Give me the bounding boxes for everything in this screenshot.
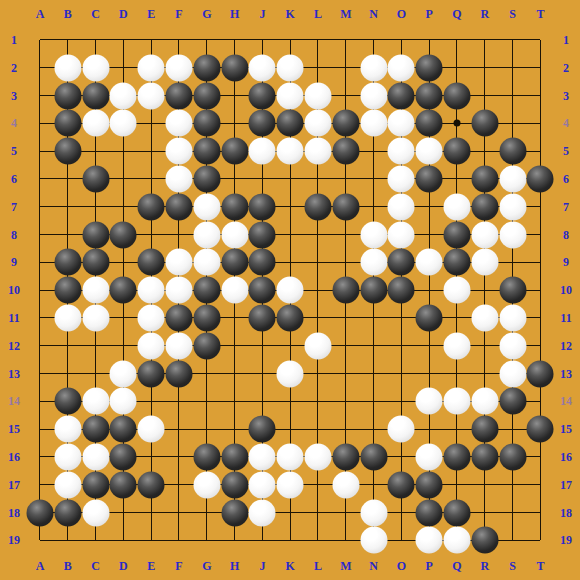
intersection-Q8[interactable]	[443, 221, 471, 249]
intersection-P18[interactable]	[415, 499, 443, 527]
intersection-R17[interactable]	[471, 471, 499, 499]
intersection-O8[interactable]	[387, 221, 415, 249]
intersection-B10[interactable]	[54, 276, 82, 304]
intersection-P9[interactable]	[415, 248, 443, 276]
intersection-B1[interactable]	[54, 26, 82, 54]
intersection-F17[interactable]	[165, 471, 193, 499]
intersection-F4[interactable]	[165, 109, 193, 137]
intersection-O4[interactable]	[387, 109, 415, 137]
intersection-O11[interactable]	[387, 304, 415, 332]
intersection-G9[interactable]	[193, 248, 221, 276]
intersection-R16[interactable]	[471, 443, 499, 471]
intersection-O14[interactable]	[387, 387, 415, 415]
intersection-N3[interactable]	[360, 82, 388, 110]
intersection-D19[interactable]	[109, 526, 137, 554]
intersection-K13[interactable]	[276, 360, 304, 388]
intersection-T12[interactable]	[526, 332, 554, 360]
intersection-O5[interactable]	[387, 137, 415, 165]
intersection-J1[interactable]	[248, 26, 276, 54]
intersection-Q14[interactable]	[443, 387, 471, 415]
intersection-F6[interactable]	[165, 165, 193, 193]
intersection-G19[interactable]	[193, 526, 221, 554]
intersection-T4[interactable]	[526, 109, 554, 137]
intersection-A7[interactable]	[26, 193, 54, 221]
intersection-C4[interactable]	[82, 109, 110, 137]
intersection-Q10[interactable]	[443, 276, 471, 304]
intersection-B14[interactable]	[54, 387, 82, 415]
intersection-F12[interactable]	[165, 332, 193, 360]
intersection-T9[interactable]	[526, 248, 554, 276]
intersection-F9[interactable]	[165, 248, 193, 276]
intersection-G8[interactable]	[193, 221, 221, 249]
intersection-L1[interactable]	[304, 26, 332, 54]
intersection-D12[interactable]	[109, 332, 137, 360]
intersection-R8[interactable]	[471, 221, 499, 249]
intersection-L5[interactable]	[304, 137, 332, 165]
intersection-P10[interactable]	[415, 276, 443, 304]
intersection-D13[interactable]	[109, 360, 137, 388]
intersection-J13[interactable]	[248, 360, 276, 388]
intersection-O1[interactable]	[387, 26, 415, 54]
intersection-E9[interactable]	[137, 248, 165, 276]
intersection-A10[interactable]	[26, 276, 54, 304]
intersection-L11[interactable]	[304, 304, 332, 332]
intersection-E17[interactable]	[137, 471, 165, 499]
intersection-H13[interactable]	[221, 360, 249, 388]
intersection-A19[interactable]	[26, 526, 54, 554]
intersection-P8[interactable]	[415, 221, 443, 249]
intersection-C11[interactable]	[82, 304, 110, 332]
intersection-G5[interactable]	[193, 137, 221, 165]
intersection-B17[interactable]	[54, 471, 82, 499]
intersection-F7[interactable]	[165, 193, 193, 221]
intersection-Q7[interactable]	[443, 193, 471, 221]
intersection-M14[interactable]	[332, 387, 360, 415]
intersection-T17[interactable]	[526, 471, 554, 499]
intersection-G10[interactable]	[193, 276, 221, 304]
intersection-M11[interactable]	[332, 304, 360, 332]
intersection-B13[interactable]	[54, 360, 82, 388]
intersection-S17[interactable]	[499, 471, 527, 499]
intersection-L3[interactable]	[304, 82, 332, 110]
intersection-K3[interactable]	[276, 82, 304, 110]
intersection-T7[interactable]	[526, 193, 554, 221]
intersection-D18[interactable]	[109, 499, 137, 527]
intersection-G1[interactable]	[193, 26, 221, 54]
intersection-D6[interactable]	[109, 165, 137, 193]
intersection-L9[interactable]	[304, 248, 332, 276]
intersection-K16[interactable]	[276, 443, 304, 471]
intersection-F15[interactable]	[165, 415, 193, 443]
intersection-K18[interactable]	[276, 499, 304, 527]
intersection-J8[interactable]	[248, 221, 276, 249]
intersection-K1[interactable]	[276, 26, 304, 54]
intersection-N15[interactable]	[360, 415, 388, 443]
intersection-O3[interactable]	[387, 82, 415, 110]
intersection-T2[interactable]	[526, 54, 554, 82]
intersection-Q17[interactable]	[443, 471, 471, 499]
intersection-M4[interactable]	[332, 109, 360, 137]
intersection-H17[interactable]	[221, 471, 249, 499]
intersection-A1[interactable]	[26, 26, 54, 54]
intersection-A3[interactable]	[26, 82, 54, 110]
intersection-J10[interactable]	[248, 276, 276, 304]
intersection-J6[interactable]	[248, 165, 276, 193]
intersection-N13[interactable]	[360, 360, 388, 388]
intersection-H2[interactable]	[221, 54, 249, 82]
intersection-H18[interactable]	[221, 499, 249, 527]
intersection-A6[interactable]	[26, 165, 54, 193]
intersection-P2[interactable]	[415, 54, 443, 82]
intersection-P5[interactable]	[415, 137, 443, 165]
intersection-D3[interactable]	[109, 82, 137, 110]
intersection-D2[interactable]	[109, 54, 137, 82]
intersection-O18[interactable]	[387, 499, 415, 527]
intersection-D17[interactable]	[109, 471, 137, 499]
intersection-F13[interactable]	[165, 360, 193, 388]
intersection-H15[interactable]	[221, 415, 249, 443]
intersection-R3[interactable]	[471, 82, 499, 110]
intersection-H11[interactable]	[221, 304, 249, 332]
intersection-G2[interactable]	[193, 54, 221, 82]
intersection-M6[interactable]	[332, 165, 360, 193]
intersection-J5[interactable]	[248, 137, 276, 165]
intersection-T1[interactable]	[526, 26, 554, 54]
intersection-E10[interactable]	[137, 276, 165, 304]
intersection-J15[interactable]	[248, 415, 276, 443]
intersection-A17[interactable]	[26, 471, 54, 499]
intersection-L8[interactable]	[304, 221, 332, 249]
intersection-G18[interactable]	[193, 499, 221, 527]
intersection-P19[interactable]	[415, 526, 443, 554]
intersection-C3[interactable]	[82, 82, 110, 110]
intersection-Q9[interactable]	[443, 248, 471, 276]
intersection-D4[interactable]	[109, 109, 137, 137]
intersection-K17[interactable]	[276, 471, 304, 499]
intersection-K6[interactable]	[276, 165, 304, 193]
intersection-N5[interactable]	[360, 137, 388, 165]
intersection-B18[interactable]	[54, 499, 82, 527]
intersection-G4[interactable]	[193, 109, 221, 137]
intersection-T6[interactable]	[526, 165, 554, 193]
intersection-E13[interactable]	[137, 360, 165, 388]
intersection-D8[interactable]	[109, 221, 137, 249]
intersection-N14[interactable]	[360, 387, 388, 415]
intersection-M13[interactable]	[332, 360, 360, 388]
intersection-D16[interactable]	[109, 443, 137, 471]
intersection-K10[interactable]	[276, 276, 304, 304]
intersection-F1[interactable]	[165, 26, 193, 54]
intersection-E16[interactable]	[137, 443, 165, 471]
intersection-D9[interactable]	[109, 248, 137, 276]
intersection-M2[interactable]	[332, 54, 360, 82]
intersection-H12[interactable]	[221, 332, 249, 360]
intersection-J12[interactable]	[248, 332, 276, 360]
intersection-R12[interactable]	[471, 332, 499, 360]
intersection-R4[interactable]	[471, 109, 499, 137]
intersection-R13[interactable]	[471, 360, 499, 388]
intersection-H7[interactable]	[221, 193, 249, 221]
intersection-J11[interactable]	[248, 304, 276, 332]
intersection-S12[interactable]	[499, 332, 527, 360]
intersection-T8[interactable]	[526, 221, 554, 249]
intersection-T18[interactable]	[526, 499, 554, 527]
intersection-C1[interactable]	[82, 26, 110, 54]
intersection-S4[interactable]	[499, 109, 527, 137]
intersection-J3[interactable]	[248, 82, 276, 110]
intersection-C14[interactable]	[82, 387, 110, 415]
intersection-M1[interactable]	[332, 26, 360, 54]
intersection-H1[interactable]	[221, 26, 249, 54]
intersection-J18[interactable]	[248, 499, 276, 527]
intersection-A2[interactable]	[26, 54, 54, 82]
intersection-E4[interactable]	[137, 109, 165, 137]
intersection-T14[interactable]	[526, 387, 554, 415]
intersection-C10[interactable]	[82, 276, 110, 304]
intersection-M10[interactable]	[332, 276, 360, 304]
intersection-B9[interactable]	[54, 248, 82, 276]
intersection-F14[interactable]	[165, 387, 193, 415]
intersection-F18[interactable]	[165, 499, 193, 527]
intersection-A15[interactable]	[26, 415, 54, 443]
intersection-Q15[interactable]	[443, 415, 471, 443]
intersection-R19[interactable]	[471, 526, 499, 554]
intersection-M16[interactable]	[332, 443, 360, 471]
intersection-K12[interactable]	[276, 332, 304, 360]
intersection-C6[interactable]	[82, 165, 110, 193]
intersection-G16[interactable]	[193, 443, 221, 471]
intersection-Q6[interactable]	[443, 165, 471, 193]
intersection-O10[interactable]	[387, 276, 415, 304]
intersection-R2[interactable]	[471, 54, 499, 82]
intersection-P17[interactable]	[415, 471, 443, 499]
intersection-P14[interactable]	[415, 387, 443, 415]
intersection-B7[interactable]	[54, 193, 82, 221]
intersection-C17[interactable]	[82, 471, 110, 499]
intersection-S5[interactable]	[499, 137, 527, 165]
intersection-E8[interactable]	[137, 221, 165, 249]
intersection-N9[interactable]	[360, 248, 388, 276]
intersection-T16[interactable]	[526, 443, 554, 471]
intersection-E19[interactable]	[137, 526, 165, 554]
intersection-A13[interactable]	[26, 360, 54, 388]
intersection-R15[interactable]	[471, 415, 499, 443]
intersection-E12[interactable]	[137, 332, 165, 360]
intersection-K14[interactable]	[276, 387, 304, 415]
intersection-G11[interactable]	[193, 304, 221, 332]
intersection-K2[interactable]	[276, 54, 304, 82]
intersection-C12[interactable]	[82, 332, 110, 360]
intersection-S13[interactable]	[499, 360, 527, 388]
intersection-N1[interactable]	[360, 26, 388, 54]
intersection-L15[interactable]	[304, 415, 332, 443]
intersection-H9[interactable]	[221, 248, 249, 276]
intersection-D1[interactable]	[109, 26, 137, 54]
intersection-T13[interactable]	[526, 360, 554, 388]
intersection-C5[interactable]	[82, 137, 110, 165]
intersection-N6[interactable]	[360, 165, 388, 193]
intersection-L12[interactable]	[304, 332, 332, 360]
intersection-E18[interactable]	[137, 499, 165, 527]
intersection-M5[interactable]	[332, 137, 360, 165]
intersection-O15[interactable]	[387, 415, 415, 443]
intersection-P15[interactable]	[415, 415, 443, 443]
intersection-C16[interactable]	[82, 443, 110, 471]
intersection-C19[interactable]	[82, 526, 110, 554]
intersection-M19[interactable]	[332, 526, 360, 554]
intersection-A16[interactable]	[26, 443, 54, 471]
intersection-R11[interactable]	[471, 304, 499, 332]
intersection-L18[interactable]	[304, 499, 332, 527]
intersection-K11[interactable]	[276, 304, 304, 332]
intersection-L17[interactable]	[304, 471, 332, 499]
intersection-N10[interactable]	[360, 276, 388, 304]
intersection-D11[interactable]	[109, 304, 137, 332]
intersection-S6[interactable]	[499, 165, 527, 193]
intersection-T11[interactable]	[526, 304, 554, 332]
intersection-N16[interactable]	[360, 443, 388, 471]
intersection-M17[interactable]	[332, 471, 360, 499]
intersection-Q18[interactable]	[443, 499, 471, 527]
intersection-L16[interactable]	[304, 443, 332, 471]
intersection-B19[interactable]	[54, 526, 82, 554]
intersection-J4[interactable]	[248, 109, 276, 137]
intersection-R18[interactable]	[471, 499, 499, 527]
intersection-N7[interactable]	[360, 193, 388, 221]
intersection-Q19[interactable]	[443, 526, 471, 554]
intersection-O12[interactable]	[387, 332, 415, 360]
intersection-S14[interactable]	[499, 387, 527, 415]
intersection-H8[interactable]	[221, 221, 249, 249]
intersection-T5[interactable]	[526, 137, 554, 165]
intersection-B16[interactable]	[54, 443, 82, 471]
intersection-M9[interactable]	[332, 248, 360, 276]
intersection-F2[interactable]	[165, 54, 193, 82]
intersection-J16[interactable]	[248, 443, 276, 471]
intersection-Q3[interactable]	[443, 82, 471, 110]
intersection-D7[interactable]	[109, 193, 137, 221]
intersection-T15[interactable]	[526, 415, 554, 443]
intersection-A4[interactable]	[26, 109, 54, 137]
intersection-S9[interactable]	[499, 248, 527, 276]
intersection-N8[interactable]	[360, 221, 388, 249]
intersection-F16[interactable]	[165, 443, 193, 471]
intersection-R6[interactable]	[471, 165, 499, 193]
intersection-O2[interactable]	[387, 54, 415, 82]
intersection-K19[interactable]	[276, 526, 304, 554]
intersection-D14[interactable]	[109, 387, 137, 415]
intersection-S10[interactable]	[499, 276, 527, 304]
intersection-F11[interactable]	[165, 304, 193, 332]
intersection-S3[interactable]	[499, 82, 527, 110]
intersection-C15[interactable]	[82, 415, 110, 443]
intersection-G15[interactable]	[193, 415, 221, 443]
intersection-H6[interactable]	[221, 165, 249, 193]
intersection-J14[interactable]	[248, 387, 276, 415]
intersection-L19[interactable]	[304, 526, 332, 554]
intersection-B5[interactable]	[54, 137, 82, 165]
intersection-O7[interactable]	[387, 193, 415, 221]
intersection-S7[interactable]	[499, 193, 527, 221]
intersection-E11[interactable]	[137, 304, 165, 332]
intersection-C8[interactable]	[82, 221, 110, 249]
intersection-E14[interactable]	[137, 387, 165, 415]
intersection-G12[interactable]	[193, 332, 221, 360]
intersection-Q2[interactable]	[443, 54, 471, 82]
intersection-F8[interactable]	[165, 221, 193, 249]
intersection-S15[interactable]	[499, 415, 527, 443]
intersection-H3[interactable]	[221, 82, 249, 110]
intersection-A18[interactable]	[26, 499, 54, 527]
intersection-A9[interactable]	[26, 248, 54, 276]
intersection-Q12[interactable]	[443, 332, 471, 360]
intersection-L14[interactable]	[304, 387, 332, 415]
intersection-K5[interactable]	[276, 137, 304, 165]
intersection-S8[interactable]	[499, 221, 527, 249]
intersection-R5[interactable]	[471, 137, 499, 165]
intersection-E7[interactable]	[137, 193, 165, 221]
intersection-A11[interactable]	[26, 304, 54, 332]
intersection-J2[interactable]	[248, 54, 276, 82]
intersection-O6[interactable]	[387, 165, 415, 193]
intersection-J7[interactable]	[248, 193, 276, 221]
intersection-Q1[interactable]	[443, 26, 471, 54]
intersection-N4[interactable]	[360, 109, 388, 137]
intersection-E2[interactable]	[137, 54, 165, 82]
intersection-T3[interactable]	[526, 82, 554, 110]
intersection-K8[interactable]	[276, 221, 304, 249]
intersection-Q4[interactable]	[443, 109, 471, 137]
intersection-L4[interactable]	[304, 109, 332, 137]
intersection-T19[interactable]	[526, 526, 554, 554]
intersection-M18[interactable]	[332, 499, 360, 527]
intersection-B4[interactable]	[54, 109, 82, 137]
intersection-P4[interactable]	[415, 109, 443, 137]
intersection-Q5[interactable]	[443, 137, 471, 165]
intersection-F3[interactable]	[165, 82, 193, 110]
intersection-N19[interactable]	[360, 526, 388, 554]
intersection-F5[interactable]	[165, 137, 193, 165]
intersection-O17[interactable]	[387, 471, 415, 499]
intersection-H4[interactable]	[221, 109, 249, 137]
intersection-S19[interactable]	[499, 526, 527, 554]
intersection-B8[interactable]	[54, 221, 82, 249]
intersection-G7[interactable]	[193, 193, 221, 221]
intersection-G3[interactable]	[193, 82, 221, 110]
intersection-S16[interactable]	[499, 443, 527, 471]
intersection-E15[interactable]	[137, 415, 165, 443]
intersection-P12[interactable]	[415, 332, 443, 360]
intersection-B6[interactable]	[54, 165, 82, 193]
intersection-G6[interactable]	[193, 165, 221, 193]
intersection-M8[interactable]	[332, 221, 360, 249]
intersection-L7[interactable]	[304, 193, 332, 221]
intersection-L6[interactable]	[304, 165, 332, 193]
intersection-P3[interactable]	[415, 82, 443, 110]
intersection-K15[interactable]	[276, 415, 304, 443]
intersection-L13[interactable]	[304, 360, 332, 388]
intersection-H5[interactable]	[221, 137, 249, 165]
intersection-N2[interactable]	[360, 54, 388, 82]
intersection-D15[interactable]	[109, 415, 137, 443]
intersection-J9[interactable]	[248, 248, 276, 276]
intersection-A12[interactable]	[26, 332, 54, 360]
intersection-D5[interactable]	[109, 137, 137, 165]
intersection-C13[interactable]	[82, 360, 110, 388]
intersection-R9[interactable]	[471, 248, 499, 276]
intersection-E6[interactable]	[137, 165, 165, 193]
intersection-L10[interactable]	[304, 276, 332, 304]
